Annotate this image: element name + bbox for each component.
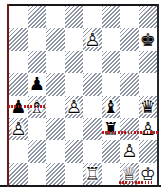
white-rook-e1[interactable]: ♖ — [84, 165, 100, 183]
black-rook-f3[interactable]: ♜ — [103, 120, 119, 138]
square-f6[interactable] — [102, 51, 121, 73]
square-c8[interactable] — [46, 6, 65, 28]
square-f5[interactable] — [102, 73, 121, 95]
white-pawn-g2[interactable]: ♙ — [121, 142, 137, 160]
board-frame-right-rule — [157, 4, 159, 187]
square-h3[interactable]: ♙ — [139, 118, 158, 140]
square-d7[interactable] — [65, 28, 84, 50]
square-b1[interactable] — [28, 163, 47, 185]
square-a3[interactable]: ♙ — [9, 118, 28, 140]
square-c6[interactable] — [46, 51, 65, 73]
square-h7[interactable]: ♚ — [139, 28, 158, 50]
square-e8[interactable] — [83, 6, 102, 28]
board-frame-bottom-rule — [0, 185, 161, 187]
square-g5[interactable] — [120, 73, 139, 95]
square-e3[interactable] — [83, 118, 102, 140]
white-pawn-a3[interactable]: ♙ — [10, 120, 26, 138]
square-b3[interactable] — [28, 118, 47, 140]
red-mark-a4-b4 — [8, 105, 46, 108]
square-c1[interactable] — [46, 163, 65, 185]
square-c5[interactable] — [46, 73, 65, 95]
square-a8[interactable] — [9, 6, 28, 28]
square-f7[interactable] — [102, 28, 121, 50]
square-c7[interactable] — [46, 28, 65, 50]
black-king-h7[interactable]: ♚ — [140, 31, 156, 49]
square-b2[interactable] — [28, 140, 47, 162]
square-g8[interactable] — [120, 6, 139, 28]
square-f8[interactable] — [102, 6, 121, 28]
square-d2[interactable] — [65, 140, 84, 162]
red-mark-g1-h1 — [119, 181, 152, 184]
square-c2[interactable] — [46, 140, 65, 162]
square-c3[interactable] — [46, 118, 65, 140]
square-a2[interactable] — [9, 140, 28, 162]
square-g7[interactable] — [120, 28, 139, 50]
square-e6[interactable] — [83, 51, 102, 73]
white-pawn-e7[interactable]: ♙ — [84, 31, 100, 49]
square-e4[interactable] — [83, 96, 102, 118]
square-f4[interactable]: ♝ — [102, 96, 121, 118]
chess-board: ♙♚♟♟♗♙♝♛♙♜♙♙♖♕♔ — [9, 6, 157, 185]
square-a6[interactable] — [9, 51, 28, 73]
square-f3[interactable]: ♜ — [102, 118, 121, 140]
square-h8[interactable] — [139, 6, 158, 28]
square-c4[interactable] — [46, 96, 65, 118]
square-b5[interactable]: ♟ — [28, 73, 47, 95]
black-pawn-b5[interactable]: ♟ — [29, 75, 45, 93]
square-h2[interactable] — [139, 140, 158, 162]
square-g6[interactable] — [120, 51, 139, 73]
square-h4[interactable]: ♛ — [139, 96, 158, 118]
square-e1[interactable]: ♖ — [83, 163, 102, 185]
square-e5[interactable] — [83, 73, 102, 95]
square-a1[interactable] — [9, 163, 28, 185]
square-d1[interactable] — [65, 163, 84, 185]
square-e7[interactable]: ♙ — [83, 28, 102, 50]
square-a5[interactable] — [9, 73, 28, 95]
square-b8[interactable] — [28, 6, 47, 28]
square-h5[interactable] — [139, 73, 158, 95]
square-g2[interactable]: ♙ — [120, 140, 139, 162]
chess-diagram: ♙♚♟♟♗♙♝♛♙♜♙♙♖♕♔ — [0, 0, 164, 191]
square-f1[interactable] — [102, 163, 121, 185]
square-d5[interactable] — [65, 73, 84, 95]
square-f2[interactable] — [102, 140, 121, 162]
black-queen-h4[interactable]: ♛ — [140, 98, 156, 116]
square-g4[interactable] — [120, 96, 139, 118]
square-b7[interactable] — [28, 28, 47, 50]
square-d6[interactable] — [65, 51, 84, 73]
square-h6[interactable] — [139, 51, 158, 73]
square-d3[interactable] — [65, 118, 84, 140]
square-d4[interactable]: ♙ — [65, 96, 84, 118]
red-mark-f3-h3 — [102, 131, 159, 134]
square-e2[interactable] — [83, 140, 102, 162]
square-a7[interactable] — [9, 28, 28, 50]
square-g3[interactable] — [120, 118, 139, 140]
white-pawn-d4[interactable]: ♙ — [66, 98, 82, 116]
square-d8[interactable] — [65, 6, 84, 28]
white-pawn-h3[interactable]: ♙ — [140, 120, 156, 138]
black-bishop-f4[interactable]: ♝ — [103, 98, 119, 116]
square-b6[interactable] — [28, 51, 47, 73]
